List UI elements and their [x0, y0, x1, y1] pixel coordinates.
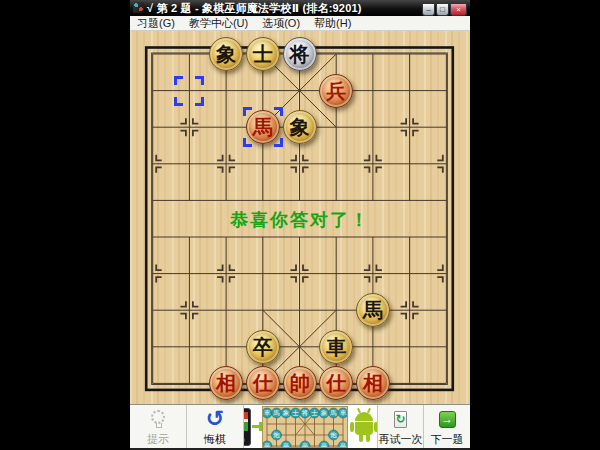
- banner-ad[interactable]: 車馬象士将士象馬車炮炮卒卒卒卒卒: [244, 405, 378, 448]
- menu-item-3[interactable]: 帮助(H): [307, 16, 358, 31]
- next-button[interactable]: → 下一题: [424, 405, 470, 448]
- undo-arrow-icon: ↺: [206, 409, 224, 429]
- piece-帥-4-9[interactable]: 帥: [283, 366, 317, 400]
- svg-text:卒: 卒: [339, 442, 346, 447]
- piece-士-3-0[interactable]: 士: [246, 37, 280, 71]
- svg-text:象: 象: [282, 409, 289, 416]
- retry-page-icon: ↻: [394, 411, 407, 428]
- minimize-button[interactable]: –: [422, 4, 435, 16]
- piece-馬-6-7[interactable]: 馬: [356, 293, 390, 327]
- svg-text:炮: 炮: [330, 431, 337, 439]
- next-label: 下一题: [431, 433, 464, 446]
- maximize-button[interactable]: □: [436, 4, 449, 16]
- piece-車-5-8[interactable]: 車: [319, 330, 353, 364]
- piece-兵-5-1[interactable]: 兵: [319, 74, 353, 108]
- phone-icon: [244, 408, 251, 446]
- next-iconzone: →: [439, 405, 456, 433]
- green-bar-icon: [252, 425, 261, 428]
- app-window: √ 第 2 题 - 象棋巫师魔法学校Ⅱ (排名:9201) –□× 习题(G)教…: [130, 0, 470, 450]
- next-arrow-icon: →: [439, 411, 456, 428]
- piece-卒-3-8[interactable]: 卒: [246, 330, 280, 364]
- window-title: √ 第 2 题 - 象棋巫师魔法学校Ⅱ (排名:9201): [147, 2, 362, 14]
- svg-text:将: 将: [300, 409, 308, 416]
- desktop-background: √ 第 2 题 - 象棋巫师魔法学校Ⅱ (排名:9201) –□× 习题(G)教…: [0, 0, 600, 450]
- svg-text:士: 士: [292, 409, 299, 416]
- svg-text:卒: 卒: [320, 442, 327, 447]
- menu-item-1[interactable]: 教学中心(U): [182, 16, 255, 31]
- piece-仕-3-9[interactable]: 仕: [246, 366, 280, 400]
- undo-button[interactable]: ↺ 悔棋: [187, 405, 244, 448]
- piece-馬-3-2[interactable]: 馬: [246, 110, 280, 144]
- retry-label: 再试一次: [379, 433, 423, 446]
- undo-iconzone: ↺: [206, 405, 224, 433]
- svg-text:象: 象: [320, 409, 327, 416]
- retry-button[interactable]: ↻ 再试一次: [378, 405, 424, 448]
- hint-label: 提示: [147, 433, 169, 446]
- piece-将-4-0[interactable]: 将: [283, 37, 317, 71]
- undo-label: 悔棋: [204, 433, 226, 446]
- menu-bar: 习题(G)教学中心(U)选项(O)帮助(H): [130, 16, 470, 31]
- piece-象-4-2[interactable]: 象: [283, 110, 317, 144]
- svg-text:士: 士: [311, 409, 318, 416]
- window-controls: –□×: [421, 0, 467, 16]
- svg-text:車: 車: [263, 409, 270, 416]
- toolbar: 提示 ↺ 悔棋 車馬象士将士象馬車炮炮卒卒卒卒卒 ↻: [130, 404, 470, 448]
- piece-象-2-0[interactable]: 象: [209, 37, 243, 71]
- xiangqi-board[interactable]: 恭喜你答对了！ 象士将兵馬象馬卒車相仕帥仕相: [130, 31, 470, 404]
- svg-text:炮: 炮: [273, 431, 280, 439]
- menu-item-0[interactable]: 习题(G): [130, 16, 182, 31]
- svg-text:卒: 卒: [282, 442, 289, 447]
- svg-text:卒: 卒: [263, 442, 270, 447]
- title-bar[interactable]: √ 第 2 题 - 象棋巫师魔法学校Ⅱ (排名:9201) –□×: [130, 0, 470, 16]
- android-robot-icon: [350, 409, 378, 445]
- svg-text:馬: 馬: [329, 409, 337, 416]
- mini-xiangqi-board: 車馬象士将士象馬車炮炮卒卒卒卒卒: [262, 406, 348, 448]
- svg-text:馬: 馬: [272, 409, 280, 416]
- hint-iconzone: [151, 405, 165, 433]
- app-icon: [133, 2, 144, 13]
- lightbulb-icon: [151, 410, 165, 424]
- close-button[interactable]: ×: [450, 4, 467, 16]
- retry-iconzone: ↻: [394, 405, 407, 433]
- svg-text:卒: 卒: [301, 442, 308, 447]
- result-message: 恭喜你答对了！: [130, 208, 470, 232]
- menu-item-2[interactable]: 选项(O): [255, 16, 307, 31]
- svg-text:車: 車: [339, 409, 346, 416]
- hint-button[interactable]: 提示: [130, 405, 187, 448]
